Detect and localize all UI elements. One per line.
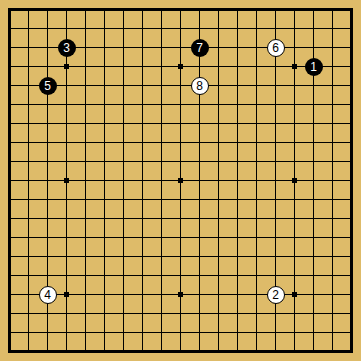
stone-move-number: 3	[63, 42, 70, 54]
board-grid-line-horizontal	[8, 123, 353, 124]
stone-black-5[interactable]: 5	[39, 77, 57, 95]
board-grid-line-horizontal	[8, 104, 353, 105]
stone-move-number: 4	[44, 289, 51, 301]
board-grid-line-horizontal	[8, 161, 353, 162]
board-grid-line-horizontal	[8, 294, 353, 295]
stone-black-3[interactable]: 3	[58, 39, 76, 57]
board-grid-line-horizontal	[8, 180, 353, 181]
board-grid-line-vertical	[199, 8, 200, 353]
stone-white-6[interactable]: 6	[267, 39, 285, 57]
star-point	[64, 64, 69, 69]
go-board[interactable]: 12345678	[0, 0, 361, 361]
star-point	[292, 292, 297, 297]
board-grid-line-horizontal	[8, 275, 353, 276]
stone-white-8[interactable]: 8	[191, 77, 209, 95]
board-grid-line-vertical	[85, 8, 86, 353]
stone-move-number: 2	[272, 289, 279, 301]
star-point	[178, 292, 183, 297]
board-grid-line-horizontal	[8, 8, 353, 11]
stone-white-4[interactable]: 4	[39, 286, 57, 304]
board-grid-line-vertical	[218, 8, 219, 353]
board-grid-line-horizontal	[8, 85, 353, 86]
board-grid-line-vertical	[28, 8, 29, 353]
board-grid-line-horizontal	[8, 142, 353, 143]
board-grid-line-horizontal	[8, 199, 353, 200]
board-grid-line-vertical	[8, 8, 11, 353]
board-grid-line-horizontal	[8, 66, 353, 67]
board-grid-line-horizontal	[8, 28, 353, 29]
stone-move-number: 8	[196, 80, 203, 92]
star-point	[292, 64, 297, 69]
stone-white-2[interactable]: 2	[267, 286, 285, 304]
board-grid-line-vertical	[104, 8, 105, 353]
board-grid-line-vertical	[332, 8, 333, 353]
board-grid-line-horizontal	[8, 237, 353, 238]
stone-black-1[interactable]: 1	[305, 58, 323, 76]
board-grid-line-vertical	[123, 8, 124, 353]
board-grid-line-vertical	[237, 8, 238, 353]
board-grid-line-horizontal	[8, 332, 353, 333]
board-grid-line-horizontal	[8, 350, 353, 353]
board-grid-line-vertical	[180, 8, 181, 353]
board-grid-line-vertical	[294, 8, 295, 353]
board-grid-line-vertical	[350, 8, 353, 353]
stone-move-number: 6	[272, 42, 279, 54]
board-grid-line-vertical	[66, 8, 67, 353]
star-point	[292, 178, 297, 183]
board-grid-line-vertical	[256, 8, 257, 353]
star-point	[64, 292, 69, 297]
board-grid-line-horizontal	[8, 218, 353, 219]
board-grid-line-vertical	[161, 8, 162, 353]
stone-move-number: 1	[310, 61, 317, 73]
star-point	[178, 64, 183, 69]
stone-move-number: 5	[44, 80, 51, 92]
stone-black-7[interactable]: 7	[191, 39, 209, 57]
star-point	[64, 178, 69, 183]
star-point	[178, 178, 183, 183]
stone-move-number: 7	[196, 42, 203, 54]
board-grid-line-vertical	[142, 8, 143, 353]
board-grid-line-horizontal	[8, 256, 353, 257]
board-grid-line-horizontal	[8, 313, 353, 314]
